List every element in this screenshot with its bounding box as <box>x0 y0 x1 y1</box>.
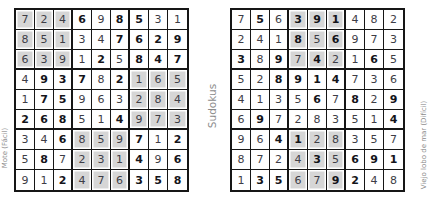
cell-r3c8[interactable]: 6 <box>365 50 384 70</box>
cell-r7c6[interactable]: 9 <box>111 130 130 150</box>
cell-r3c5[interactable]: 2 <box>92 50 111 70</box>
cell-r9c6[interactable]: 6 <box>111 170 130 190</box>
cell-r8c8[interactable]: 9 <box>365 150 384 170</box>
cell-r9c1[interactable]: 1 <box>232 170 251 190</box>
cell-r6c3[interactable]: 7 <box>270 110 289 130</box>
cell-r9c9[interactable]: 8 <box>168 170 187 190</box>
cell-r9c2[interactable]: 3 <box>251 170 270 190</box>
cell-r6c5[interactable]: 8 <box>308 110 327 130</box>
cell-r1c5[interactable]: 9 <box>308 10 327 30</box>
cell-r3c2[interactable]: 8 <box>251 50 270 70</box>
cell-r5c8[interactable]: 8 <box>149 90 168 110</box>
cell-r6c4[interactable]: 5 <box>73 110 92 130</box>
cell-r3c5[interactable]: 4 <box>308 50 327 70</box>
cell-r1c8[interactable]: 8 <box>365 10 384 30</box>
cell-r5c4[interactable]: 5 <box>289 90 308 110</box>
cell-r8c6[interactable]: 5 <box>327 150 346 170</box>
cell-r9c2[interactable]: 1 <box>35 170 54 190</box>
cell-r7c8[interactable]: 1 <box>149 130 168 150</box>
cell-r6c9[interactable]: 4 <box>384 110 403 130</box>
cell-r2c2[interactable]: 4 <box>251 30 270 50</box>
left-grid-title: Mote (Fácil) <box>1 103 13 193</box>
cell-r3c4[interactable]: 7 <box>289 50 308 70</box>
cell-r2c7[interactable]: 9 <box>346 30 365 50</box>
cell-r8c5[interactable]: 3 <box>308 150 327 170</box>
cell-r3c7[interactable]: 8 <box>130 50 149 70</box>
cell-r6c4[interactable]: 2 <box>289 110 308 130</box>
cell-r5c1[interactable]: 1 <box>16 90 35 110</box>
cell-r7c9[interactable]: 7 <box>384 130 403 150</box>
cell-r7c7[interactable]: 3 <box>346 130 365 150</box>
cell-r7c8[interactable]: 5 <box>365 130 384 150</box>
cell-r8c7[interactable]: 6 <box>346 150 365 170</box>
cell-r8c9[interactable]: 6 <box>168 150 187 170</box>
cell-r3c3[interactable]: 9 <box>270 50 289 70</box>
cell-r7c4[interactable]: 8 <box>73 130 92 150</box>
cell-r7c3[interactable]: 6 <box>54 130 73 150</box>
cell-r1c6[interactable]: 8 <box>111 10 130 30</box>
cell-r3c6[interactable]: 5 <box>111 50 130 70</box>
sudoku-grid-left: 7246985318513476296391258474937821651759… <box>14 8 189 192</box>
cell-r9c5[interactable]: 7 <box>308 170 327 190</box>
cell-r3c9[interactable]: 7 <box>168 50 187 70</box>
cell-r1c5[interactable]: 9 <box>92 10 111 30</box>
cell-r4c5[interactable]: 1 <box>308 70 327 90</box>
cell-r3c7[interactable]: 1 <box>346 50 365 70</box>
cell-r9c9[interactable]: 8 <box>384 170 403 190</box>
cell-r8c5[interactable]: 3 <box>92 150 111 170</box>
cell-r9c6[interactable]: 9 <box>327 170 346 190</box>
cell-r1c3[interactable]: 4 <box>54 10 73 30</box>
cell-r6c2[interactable]: 6 <box>35 110 54 130</box>
cell-r2c3[interactable]: 1 <box>270 30 289 50</box>
cell-r9c3[interactable]: 5 <box>270 170 289 190</box>
cell-r5c8[interactable]: 2 <box>365 90 384 110</box>
cell-r7c5[interactable]: 5 <box>92 130 111 150</box>
cell-r8c8[interactable]: 9 <box>149 150 168 170</box>
cell-r1c8[interactable]: 3 <box>149 10 168 30</box>
cell-r4c6[interactable]: 4 <box>327 70 346 90</box>
cell-r6c1[interactable]: 6 <box>232 110 251 130</box>
cell-r5c5[interactable]: 6 <box>92 90 111 110</box>
cell-r1c6[interactable]: 1 <box>327 10 346 30</box>
cell-r1c2[interactable]: 2 <box>35 10 54 30</box>
cell-r2c6[interactable]: 6 <box>327 30 346 50</box>
cell-r2c7[interactable]: 6 <box>130 30 149 50</box>
cell-r3c6[interactable]: 2 <box>327 50 346 70</box>
cell-r4c8[interactable]: 6 <box>149 70 168 90</box>
cell-r5c6[interactable]: 3 <box>111 90 130 110</box>
cell-r4c7[interactable]: 1 <box>130 70 149 90</box>
cell-r6c5[interactable]: 1 <box>92 110 111 130</box>
cell-r5c4[interactable]: 9 <box>73 90 92 110</box>
cell-r8c2[interactable]: 7 <box>251 150 270 170</box>
cell-r8c9[interactable]: 1 <box>384 150 403 170</box>
cell-r8c1[interactable]: 8 <box>232 150 251 170</box>
cell-r5c9[interactable]: 4 <box>168 90 187 110</box>
cell-r2c2[interactable]: 5 <box>35 30 54 50</box>
cell-r4c1[interactable]: 4 <box>16 70 35 90</box>
cell-r3c9[interactable]: 5 <box>384 50 403 70</box>
cell-r8c6[interactable]: 1 <box>111 150 130 170</box>
cell-r6c8[interactable]: 7 <box>149 110 168 130</box>
cell-r1c4[interactable]: 3 <box>289 10 308 30</box>
cell-r9c4[interactable]: 4 <box>73 170 92 190</box>
cell-r6c6[interactable]: 3 <box>327 110 346 130</box>
cell-r8c4[interactable]: 2 <box>73 150 92 170</box>
cell-r4c9[interactable]: 6 <box>384 70 403 90</box>
cell-r4c3[interactable]: 8 <box>270 70 289 90</box>
cell-r8c4[interactable]: 4 <box>289 150 308 170</box>
cell-r1c7[interactable]: 4 <box>346 10 365 30</box>
cell-r2c3[interactable]: 1 <box>54 30 73 50</box>
sudoku-grid-right: 7563914822418569733897421655289147364135… <box>230 8 405 192</box>
cell-r8c3[interactable]: 2 <box>270 150 289 170</box>
cell-r9c8[interactable]: 5 <box>149 170 168 190</box>
cell-r2c6[interactable]: 7 <box>111 30 130 50</box>
cell-r7c1[interactable]: 3 <box>16 130 35 150</box>
cell-r3c1[interactable]: 3 <box>232 50 251 70</box>
cell-r7c2[interactable]: 6 <box>251 130 270 150</box>
cell-r7c4[interactable]: 1 <box>289 130 308 150</box>
cell-r7c2[interactable]: 4 <box>35 130 54 150</box>
cell-r2c4[interactable]: 8 <box>289 30 308 50</box>
cell-r9c4[interactable]: 6 <box>289 170 308 190</box>
cell-r5c6[interactable]: 7 <box>327 90 346 110</box>
cell-r1c1[interactable]: 7 <box>232 10 251 30</box>
cell-r7c3[interactable]: 4 <box>270 130 289 150</box>
cell-r6c8[interactable]: 1 <box>365 110 384 130</box>
cell-r8c1[interactable]: 5 <box>16 150 35 170</box>
cell-r9c5[interactable]: 7 <box>92 170 111 190</box>
cell-r9c7[interactable]: 2 <box>346 170 365 190</box>
cell-r3c2[interactable]: 3 <box>35 50 54 70</box>
cell-r3c1[interactable]: 6 <box>16 50 35 70</box>
cell-r4c2[interactable]: 2 <box>251 70 270 90</box>
cell-r5c2[interactable]: 1 <box>251 90 270 110</box>
cell-r7c9[interactable]: 2 <box>168 130 187 150</box>
cell-r4c4[interactable]: 7 <box>73 70 92 90</box>
cell-r2c9[interactable]: 9 <box>168 30 187 50</box>
page-title: Sudokus <box>206 76 220 136</box>
cell-r5c7[interactable]: 2 <box>130 90 149 110</box>
cell-r4c3[interactable]: 3 <box>54 70 73 90</box>
cell-r1c9[interactable]: 1 <box>168 10 187 30</box>
cell-r6c1[interactable]: 2 <box>16 110 35 130</box>
cell-r6c6[interactable]: 4 <box>111 110 130 130</box>
cell-r8c2[interactable]: 8 <box>35 150 54 170</box>
cell-r2c5[interactable]: 5 <box>308 30 327 50</box>
cell-r2c1[interactable]: 2 <box>232 30 251 50</box>
cell-r5c3[interactable]: 3 <box>270 90 289 110</box>
cell-r9c1[interactable]: 9 <box>16 170 35 190</box>
right-grid-title: Viejo lobo de mar (Difícil) <box>420 87 432 203</box>
cell-r5c2[interactable]: 7 <box>35 90 54 110</box>
cell-r2c8[interactable]: 7 <box>365 30 384 50</box>
cell-r9c7[interactable]: 3 <box>130 170 149 190</box>
cell-r1c4[interactable]: 6 <box>73 10 92 30</box>
cell-r1c9[interactable]: 2 <box>384 10 403 30</box>
cell-r5c5[interactable]: 6 <box>308 90 327 110</box>
cell-r4c9[interactable]: 5 <box>168 70 187 90</box>
cell-r5c9[interactable]: 9 <box>384 90 403 110</box>
cell-r8c3[interactable]: 7 <box>54 150 73 170</box>
cell-r3c4[interactable]: 1 <box>73 50 92 70</box>
cell-r5c3[interactable]: 5 <box>54 90 73 110</box>
cell-r7c1[interactable]: 9 <box>232 130 251 150</box>
cell-r1c2[interactable]: 5 <box>251 10 270 30</box>
cell-r4c5[interactable]: 8 <box>92 70 111 90</box>
cell-r6c9[interactable]: 3 <box>168 110 187 130</box>
cell-r4c6[interactable]: 2 <box>111 70 130 90</box>
cell-r1c7[interactable]: 5 <box>130 10 149 30</box>
cell-r2c8[interactable]: 2 <box>149 30 168 50</box>
cell-r2c1[interactable]: 8 <box>16 30 35 50</box>
cell-r4c1[interactable]: 5 <box>232 70 251 90</box>
cell-r5c1[interactable]: 4 <box>232 90 251 110</box>
cell-r4c4[interactable]: 9 <box>289 70 308 90</box>
cell-r7c7[interactable]: 7 <box>130 130 149 150</box>
cell-r5c7[interactable]: 8 <box>346 90 365 110</box>
cell-r9c3[interactable]: 2 <box>54 170 73 190</box>
cell-r2c5[interactable]: 4 <box>92 30 111 50</box>
cell-r8c7[interactable]: 4 <box>130 150 149 170</box>
cell-r6c3[interactable]: 8 <box>54 110 73 130</box>
cell-r2c4[interactable]: 3 <box>73 30 92 50</box>
cell-r4c2[interactable]: 9 <box>35 70 54 90</box>
cell-r4c7[interactable]: 7 <box>346 70 365 90</box>
cell-r6c7[interactable]: 5 <box>346 110 365 130</box>
cell-r2c9[interactable]: 3 <box>384 30 403 50</box>
cell-r3c3[interactable]: 9 <box>54 50 73 70</box>
cell-r6c2[interactable]: 9 <box>251 110 270 130</box>
cell-r1c3[interactable]: 6 <box>270 10 289 30</box>
cell-r7c5[interactable]: 2 <box>308 130 327 150</box>
cell-r4c8[interactable]: 3 <box>365 70 384 90</box>
cell-r6c7[interactable]: 9 <box>130 110 149 130</box>
cell-r1c1[interactable]: 7 <box>16 10 35 30</box>
cell-r9c8[interactable]: 4 <box>365 170 384 190</box>
cell-r7c6[interactable]: 8 <box>327 130 346 150</box>
cell-r3c8[interactable]: 4 <box>149 50 168 70</box>
